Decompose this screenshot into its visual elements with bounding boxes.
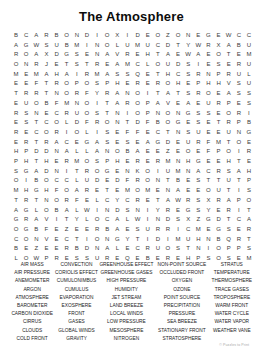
- grid-cell: U: [183, 234, 193, 244]
- word-list-item: STRATOSPHERE: [163, 335, 202, 343]
- grid-cell: C: [153, 127, 163, 137]
- grid-cell: S: [193, 108, 203, 118]
- grid-cell: U: [163, 59, 173, 69]
- grid-cell: I: [82, 40, 92, 50]
- grid-cell: N: [102, 234, 112, 244]
- grid-cell: O: [153, 59, 163, 69]
- grid-cell: C: [31, 127, 41, 137]
- grid-cell: Z: [193, 214, 203, 224]
- grid-cell: E: [52, 59, 62, 69]
- word-list-item: GREENHOUSE GASES: [100, 269, 152, 277]
- grid-cell: I: [143, 214, 153, 224]
- grid-cell: P: [234, 195, 244, 205]
- grid-cell: O: [82, 79, 92, 89]
- grid-cell: I: [21, 176, 31, 186]
- grid-cell: P: [21, 146, 31, 156]
- grid-cell: S: [244, 244, 254, 254]
- word-list-item: FRONT: [68, 310, 85, 318]
- grid-cell: G: [21, 40, 31, 50]
- grid-cell: F: [41, 224, 51, 234]
- grid-cell: R: [133, 79, 143, 89]
- grid-cell: O: [244, 195, 254, 205]
- grid-cell: N: [133, 205, 143, 215]
- word-list-item: HIGH PRESSURE: [107, 277, 147, 285]
- grid-cell: E: [183, 185, 193, 195]
- word-list-item: JET STREAM: [112, 294, 142, 302]
- grid-cell: U: [183, 137, 193, 147]
- grid-cell: D: [112, 176, 122, 186]
- grid-cell: B: [214, 234, 224, 244]
- grid-cell: R: [214, 98, 224, 108]
- grid-cell: W: [31, 40, 41, 50]
- grid-cell: X: [41, 49, 51, 59]
- grid-cell: O: [224, 146, 234, 156]
- grid-cell: A: [193, 49, 203, 59]
- grid-cell: T: [214, 117, 224, 127]
- grid-cell: L: [122, 214, 132, 224]
- grid-cell: N: [31, 108, 41, 118]
- word-list-item: OXYGEN: [172, 277, 193, 285]
- grid-cell: N: [153, 214, 163, 224]
- grid-cell: R: [234, 108, 244, 118]
- grid-cell: E: [41, 244, 51, 254]
- grid-cell: Y: [183, 40, 193, 50]
- grid-cell: E: [11, 117, 21, 127]
- grid-cell: O: [112, 146, 122, 156]
- grid-cell: A: [62, 205, 72, 215]
- grid-cell: V: [41, 234, 51, 244]
- grid-cell: I: [193, 59, 203, 69]
- grid-cell: N: [173, 156, 183, 166]
- grid-cell: N: [122, 166, 132, 176]
- grid-cell: S: [72, 59, 82, 69]
- grid-cell: O: [133, 108, 143, 118]
- grid-cell: N: [92, 49, 102, 59]
- grid-cell: N: [112, 108, 122, 118]
- grid-cell: R: [244, 146, 254, 156]
- grid-cell: V: [41, 214, 51, 224]
- grid-cell: O: [163, 108, 173, 118]
- grid-cell: D: [41, 166, 51, 176]
- grid-cell: B: [153, 117, 163, 127]
- grid-cell: R: [153, 79, 163, 89]
- grid-cell: O: [82, 156, 92, 166]
- grid-cell: G: [203, 214, 213, 224]
- word-list-item: CLOUDS: [22, 327, 42, 335]
- grid-cell: T: [244, 205, 254, 215]
- word-list-column: CONVECTIONCORIOLIS EFFECTCUMULONIMBUSCUM…: [54, 261, 98, 343]
- grid-cell: F: [122, 176, 132, 186]
- grid-cell: G: [183, 205, 193, 215]
- grid-cell: G: [153, 137, 163, 147]
- grid-cell: O: [224, 108, 234, 118]
- grid-cell: K: [133, 166, 143, 176]
- grid-cell: N: [31, 234, 41, 244]
- grid-cell: E: [112, 137, 122, 147]
- word-list-item: WEATHER VANE: [213, 327, 251, 335]
- grid-cell: E: [203, 156, 213, 166]
- grid-cell: A: [52, 137, 62, 147]
- grid-cell: O: [133, 185, 143, 195]
- grid-cell: I: [122, 108, 132, 118]
- word-list-item: WARM FRONT: [215, 302, 248, 310]
- grid-cell: S: [122, 69, 132, 79]
- grid-cell: A: [193, 166, 203, 176]
- word-list-item: TROPOSPHERE: [213, 294, 250, 302]
- grid-cell: F: [82, 88, 92, 98]
- grid-cell: R: [193, 137, 203, 147]
- grid-cell: F: [82, 117, 92, 127]
- grid-cell: E: [72, 137, 82, 147]
- grid-cell: N: [52, 88, 62, 98]
- grid-cell: R: [133, 176, 143, 186]
- grid-cell: R: [193, 88, 203, 98]
- grid-cell: U: [82, 176, 92, 186]
- word-list-item: GLOBAL WINDS: [58, 327, 94, 335]
- word-list-item: ARGON: [23, 286, 41, 294]
- grid-cell: O: [62, 79, 72, 89]
- grid-cell: R: [224, 117, 234, 127]
- grid-cell: E: [234, 98, 244, 108]
- grid-cell: H: [41, 156, 51, 166]
- grid-cell: S: [244, 98, 254, 108]
- grid-cell: G: [62, 49, 72, 59]
- grid-cell: D: [163, 214, 173, 224]
- grid-cell: E: [133, 49, 143, 59]
- grid-cell: T: [203, 176, 213, 186]
- grid-cell: A: [224, 40, 234, 50]
- grid-cell: R: [203, 40, 213, 50]
- grid-cell: T: [224, 185, 234, 195]
- grid-cell: I: [234, 185, 244, 195]
- grid-cell: A: [112, 224, 122, 234]
- grid-cell: G: [244, 127, 254, 137]
- grid-cell: C: [133, 59, 143, 69]
- copyright-credit: © Puzzles to Print: [219, 343, 249, 347]
- grid-cell: R: [52, 127, 62, 137]
- grid-cell: X: [214, 40, 224, 50]
- grid-cell: S: [214, 59, 224, 69]
- grid-cell: S: [41, 40, 51, 50]
- grid-cell: H: [112, 79, 122, 89]
- grid-cell: R: [21, 88, 31, 98]
- grid-cell: H: [21, 156, 31, 166]
- grid-cell: O: [41, 205, 51, 215]
- grid-cell: U: [143, 224, 153, 234]
- grid-cell: E: [203, 224, 213, 234]
- grid-cell: U: [72, 108, 82, 118]
- word-list-item: MESOSPHERE: [110, 327, 144, 335]
- grid-cell: E: [203, 117, 213, 127]
- grid-cell: A: [173, 185, 183, 195]
- grid-cell: B: [72, 244, 82, 254]
- grid-cell: C: [153, 40, 163, 50]
- grid-cell: A: [224, 195, 234, 205]
- grid-cell: T: [234, 176, 244, 186]
- grid-cell: E: [122, 224, 132, 234]
- grid-cell: F: [203, 146, 213, 156]
- grid-cell: M: [173, 234, 183, 244]
- grid-cell: O: [52, 117, 62, 127]
- grid-cell: F: [72, 195, 82, 205]
- grid-cell: S: [183, 59, 193, 69]
- grid-cell: O: [62, 88, 72, 98]
- grid-cell: T: [133, 234, 143, 244]
- grid-cell: E: [52, 156, 62, 166]
- grid-cell: H: [21, 185, 31, 195]
- grid-cell: X: [112, 30, 122, 40]
- word-list-item: TEMPERATURE: [214, 269, 250, 277]
- grid-cell: E: [52, 244, 62, 254]
- grid-cell: E: [21, 69, 31, 79]
- grid-cell: E: [183, 117, 193, 127]
- grid-cell: C: [62, 137, 72, 147]
- grid-cell: X: [203, 195, 213, 205]
- grid-cell: I: [143, 88, 153, 98]
- grid-cell: M: [122, 185, 132, 195]
- grid-cell: E: [112, 185, 122, 195]
- grid-cell: E: [173, 137, 183, 147]
- grid-cell: I: [52, 214, 62, 224]
- grid-cell: I: [92, 30, 102, 40]
- grid-cell: N: [41, 195, 51, 205]
- grid-cell: E: [193, 146, 203, 156]
- grid-cell: R: [163, 224, 173, 234]
- word-list-column: AIR MASSAIR PRESSUREANEMOMETERARGONATMOS…: [10, 261, 54, 343]
- grid-cell: O: [41, 127, 51, 137]
- grid-cell: M: [163, 156, 173, 166]
- grid-cell: I: [82, 234, 92, 244]
- grid-cell: R: [234, 234, 244, 244]
- grid-cell: N: [163, 185, 173, 195]
- grid-cell: O: [102, 40, 112, 50]
- grid-cell: U: [203, 98, 213, 108]
- grid-cell: T: [173, 88, 183, 98]
- grid-cell: N: [183, 30, 193, 40]
- grid-cell: O: [214, 49, 224, 59]
- word-list-item: SEA BREEZE: [167, 318, 197, 326]
- grid-cell: T: [173, 40, 183, 50]
- grid-cell: T: [153, 69, 163, 79]
- grid-cell: R: [62, 108, 72, 118]
- grid-cell: E: [143, 146, 153, 156]
- grid-cell: S: [92, 79, 102, 89]
- word-list-item: POINT SOURCE: [164, 294, 200, 302]
- word-list-item: CUMULONIMBUS: [57, 277, 96, 285]
- grid-cell: L: [72, 146, 82, 156]
- grid-cell: B: [11, 244, 21, 254]
- grid-cell: H: [11, 146, 21, 156]
- grid-cell: R: [224, 69, 234, 79]
- grid-cell: E: [82, 224, 92, 234]
- grid-cell: A: [62, 146, 72, 156]
- grid-cell: E: [214, 127, 224, 137]
- grid-cell: A: [112, 98, 122, 108]
- grid-cell: I: [203, 244, 213, 254]
- grid-cell: I: [234, 205, 244, 215]
- grid-cell: E: [133, 137, 143, 147]
- grid-cell: N: [153, 176, 163, 186]
- grid-cell: S: [122, 137, 132, 147]
- grid-cell: M: [193, 224, 203, 234]
- grid-cell: Q: [224, 234, 234, 244]
- word-search-grid: BCARBONDIOXIDEOZONEGEWCCAGWSUBMINOLUMUCD…: [11, 30, 254, 263]
- grid-cell: Y: [92, 88, 102, 98]
- grid-cell: D: [92, 176, 102, 186]
- grid-cell: I: [92, 127, 102, 137]
- word-list-item: LOCAL WINDS: [110, 310, 143, 318]
- grid-cell: B: [62, 40, 72, 50]
- grid-cell: U: [224, 127, 234, 137]
- grid-cell: R: [41, 137, 51, 147]
- grid-cell: M: [122, 59, 132, 69]
- word-list-item: AIR PRESSURE: [14, 269, 50, 277]
- grid-cell: C: [234, 30, 244, 40]
- grid-cell: W: [193, 40, 203, 50]
- grid-cell: E: [234, 49, 244, 59]
- grid-cell: P: [244, 176, 254, 186]
- grid-cell: I: [92, 98, 102, 108]
- grid-cell: E: [224, 59, 234, 69]
- grid-cell: N: [102, 146, 112, 156]
- grid-cell: O: [234, 137, 244, 147]
- grid-cell: A: [163, 49, 173, 59]
- grid-cell: C: [21, 30, 31, 40]
- grid-cell: O: [82, 108, 92, 118]
- grid-cell: E: [173, 98, 183, 108]
- grid-cell: R: [31, 88, 41, 98]
- grid-cell: T: [72, 234, 82, 244]
- grid-cell: A: [183, 98, 193, 108]
- grid-cell: P: [224, 98, 234, 108]
- grid-cell: S: [72, 49, 82, 59]
- grid-cell: S: [102, 137, 112, 147]
- word-list-item: EVAPORATION: [60, 294, 94, 302]
- grid-cell: D: [173, 59, 183, 69]
- grid-cell: E: [214, 205, 224, 215]
- grid-cell: E: [41, 108, 51, 118]
- grid-cell: M: [11, 185, 21, 195]
- grid-cell: C: [102, 195, 112, 205]
- grid-cell: V: [224, 79, 234, 89]
- grid-cell: F: [52, 98, 62, 108]
- word-list: AIR MASSAIR PRESSUREANEMOMETERARGONATMOS…: [10, 261, 254, 343]
- grid-cell: E: [203, 127, 213, 137]
- grid-cell: S: [183, 88, 193, 98]
- grid-cell: G: [11, 214, 21, 224]
- grid-cell: E: [82, 195, 92, 205]
- grid-cell: T: [224, 137, 234, 147]
- word-list-item: EXOSPHERE: [62, 302, 92, 310]
- grid-cell: O: [163, 244, 173, 254]
- grid-cell: O: [92, 234, 102, 244]
- grid-cell: P: [234, 244, 244, 254]
- grid-cell: G: [102, 166, 112, 176]
- grid-cell: R: [21, 137, 31, 147]
- grid-cell: S: [183, 127, 193, 137]
- grid-cell: O: [183, 146, 193, 156]
- grid-cell: A: [92, 146, 102, 156]
- grid-cell: O: [21, 234, 31, 244]
- grid-cell: N: [153, 108, 163, 118]
- grid-cell: O: [41, 176, 51, 186]
- grid-cell: S: [193, 117, 203, 127]
- word-list-item: THERMOSPHERE: [212, 277, 253, 285]
- grid-cell: W: [82, 205, 92, 215]
- word-list-item: CARBON DIOXIDE: [11, 310, 53, 318]
- grid-cell: R: [11, 127, 21, 137]
- grid-cell: S: [234, 79, 244, 89]
- grid-cell: A: [31, 166, 41, 176]
- grid-cell: C: [102, 214, 112, 224]
- grid-cell: L: [92, 195, 102, 205]
- grid-cell: A: [41, 69, 51, 79]
- grid-cell: T: [11, 195, 21, 205]
- grid-cell: P: [11, 156, 21, 166]
- grid-cell: B: [31, 224, 41, 234]
- grid-cell: U: [153, 244, 163, 254]
- grid-cell: N: [92, 40, 102, 50]
- grid-cell: I: [153, 166, 163, 176]
- grid-cell: W: [133, 214, 143, 224]
- grid-cell: E: [21, 79, 31, 89]
- grid-cell: Y: [122, 234, 132, 244]
- grid-cell: R: [92, 59, 102, 69]
- grid-cell: E: [183, 176, 193, 186]
- grid-cell: C: [52, 176, 62, 186]
- grid-cell: E: [214, 30, 224, 40]
- grid-cell: P: [143, 98, 153, 108]
- grid-cell: D: [133, 30, 143, 40]
- grid-cell: P: [234, 117, 244, 127]
- grid-cell: H: [214, 79, 224, 89]
- word-list-item: WATER VAPOR: [215, 318, 250, 326]
- grid-cell: S: [173, 244, 183, 254]
- grid-cell: D: [214, 214, 224, 224]
- grid-cell: G: [173, 117, 183, 127]
- grid-cell: B: [234, 40, 244, 50]
- grid-cell: D: [133, 117, 143, 127]
- grid-cell: A: [92, 137, 102, 147]
- grid-cell: R: [11, 108, 21, 118]
- grid-cell: S: [193, 195, 203, 205]
- grid-cell: I: [143, 205, 153, 215]
- grid-cell: N: [203, 69, 213, 79]
- grid-cell: M: [143, 185, 153, 195]
- grid-cell: I: [244, 108, 254, 118]
- word-list-item: TRACE GASES: [215, 286, 249, 294]
- grid-cell: S: [234, 88, 244, 98]
- grid-cell: T: [214, 176, 224, 186]
- word-list-item: CORIOLIS EFFECT: [55, 269, 98, 277]
- word-list-column: GREENHOUSE EFFECTGREENHOUSE GASESHIGH PR…: [99, 261, 154, 343]
- grid-cell: S: [21, 117, 31, 127]
- grid-cell: E: [21, 244, 31, 254]
- grid-cell: O: [102, 30, 112, 40]
- grid-cell: V: [163, 98, 173, 108]
- grid-cell: N: [173, 108, 183, 118]
- grid-cell: A: [102, 49, 112, 59]
- word-list-item: GRAVITY: [66, 335, 87, 343]
- grid-cell: F: [203, 137, 213, 147]
- grid-cell: A: [11, 40, 21, 50]
- grid-cell: G: [31, 185, 41, 195]
- grid-cell: O: [102, 117, 112, 127]
- grid-cell: N: [112, 117, 122, 127]
- grid-cell: A: [153, 98, 163, 108]
- grid-cell: H: [203, 79, 213, 89]
- grid-cell: M: [173, 166, 183, 176]
